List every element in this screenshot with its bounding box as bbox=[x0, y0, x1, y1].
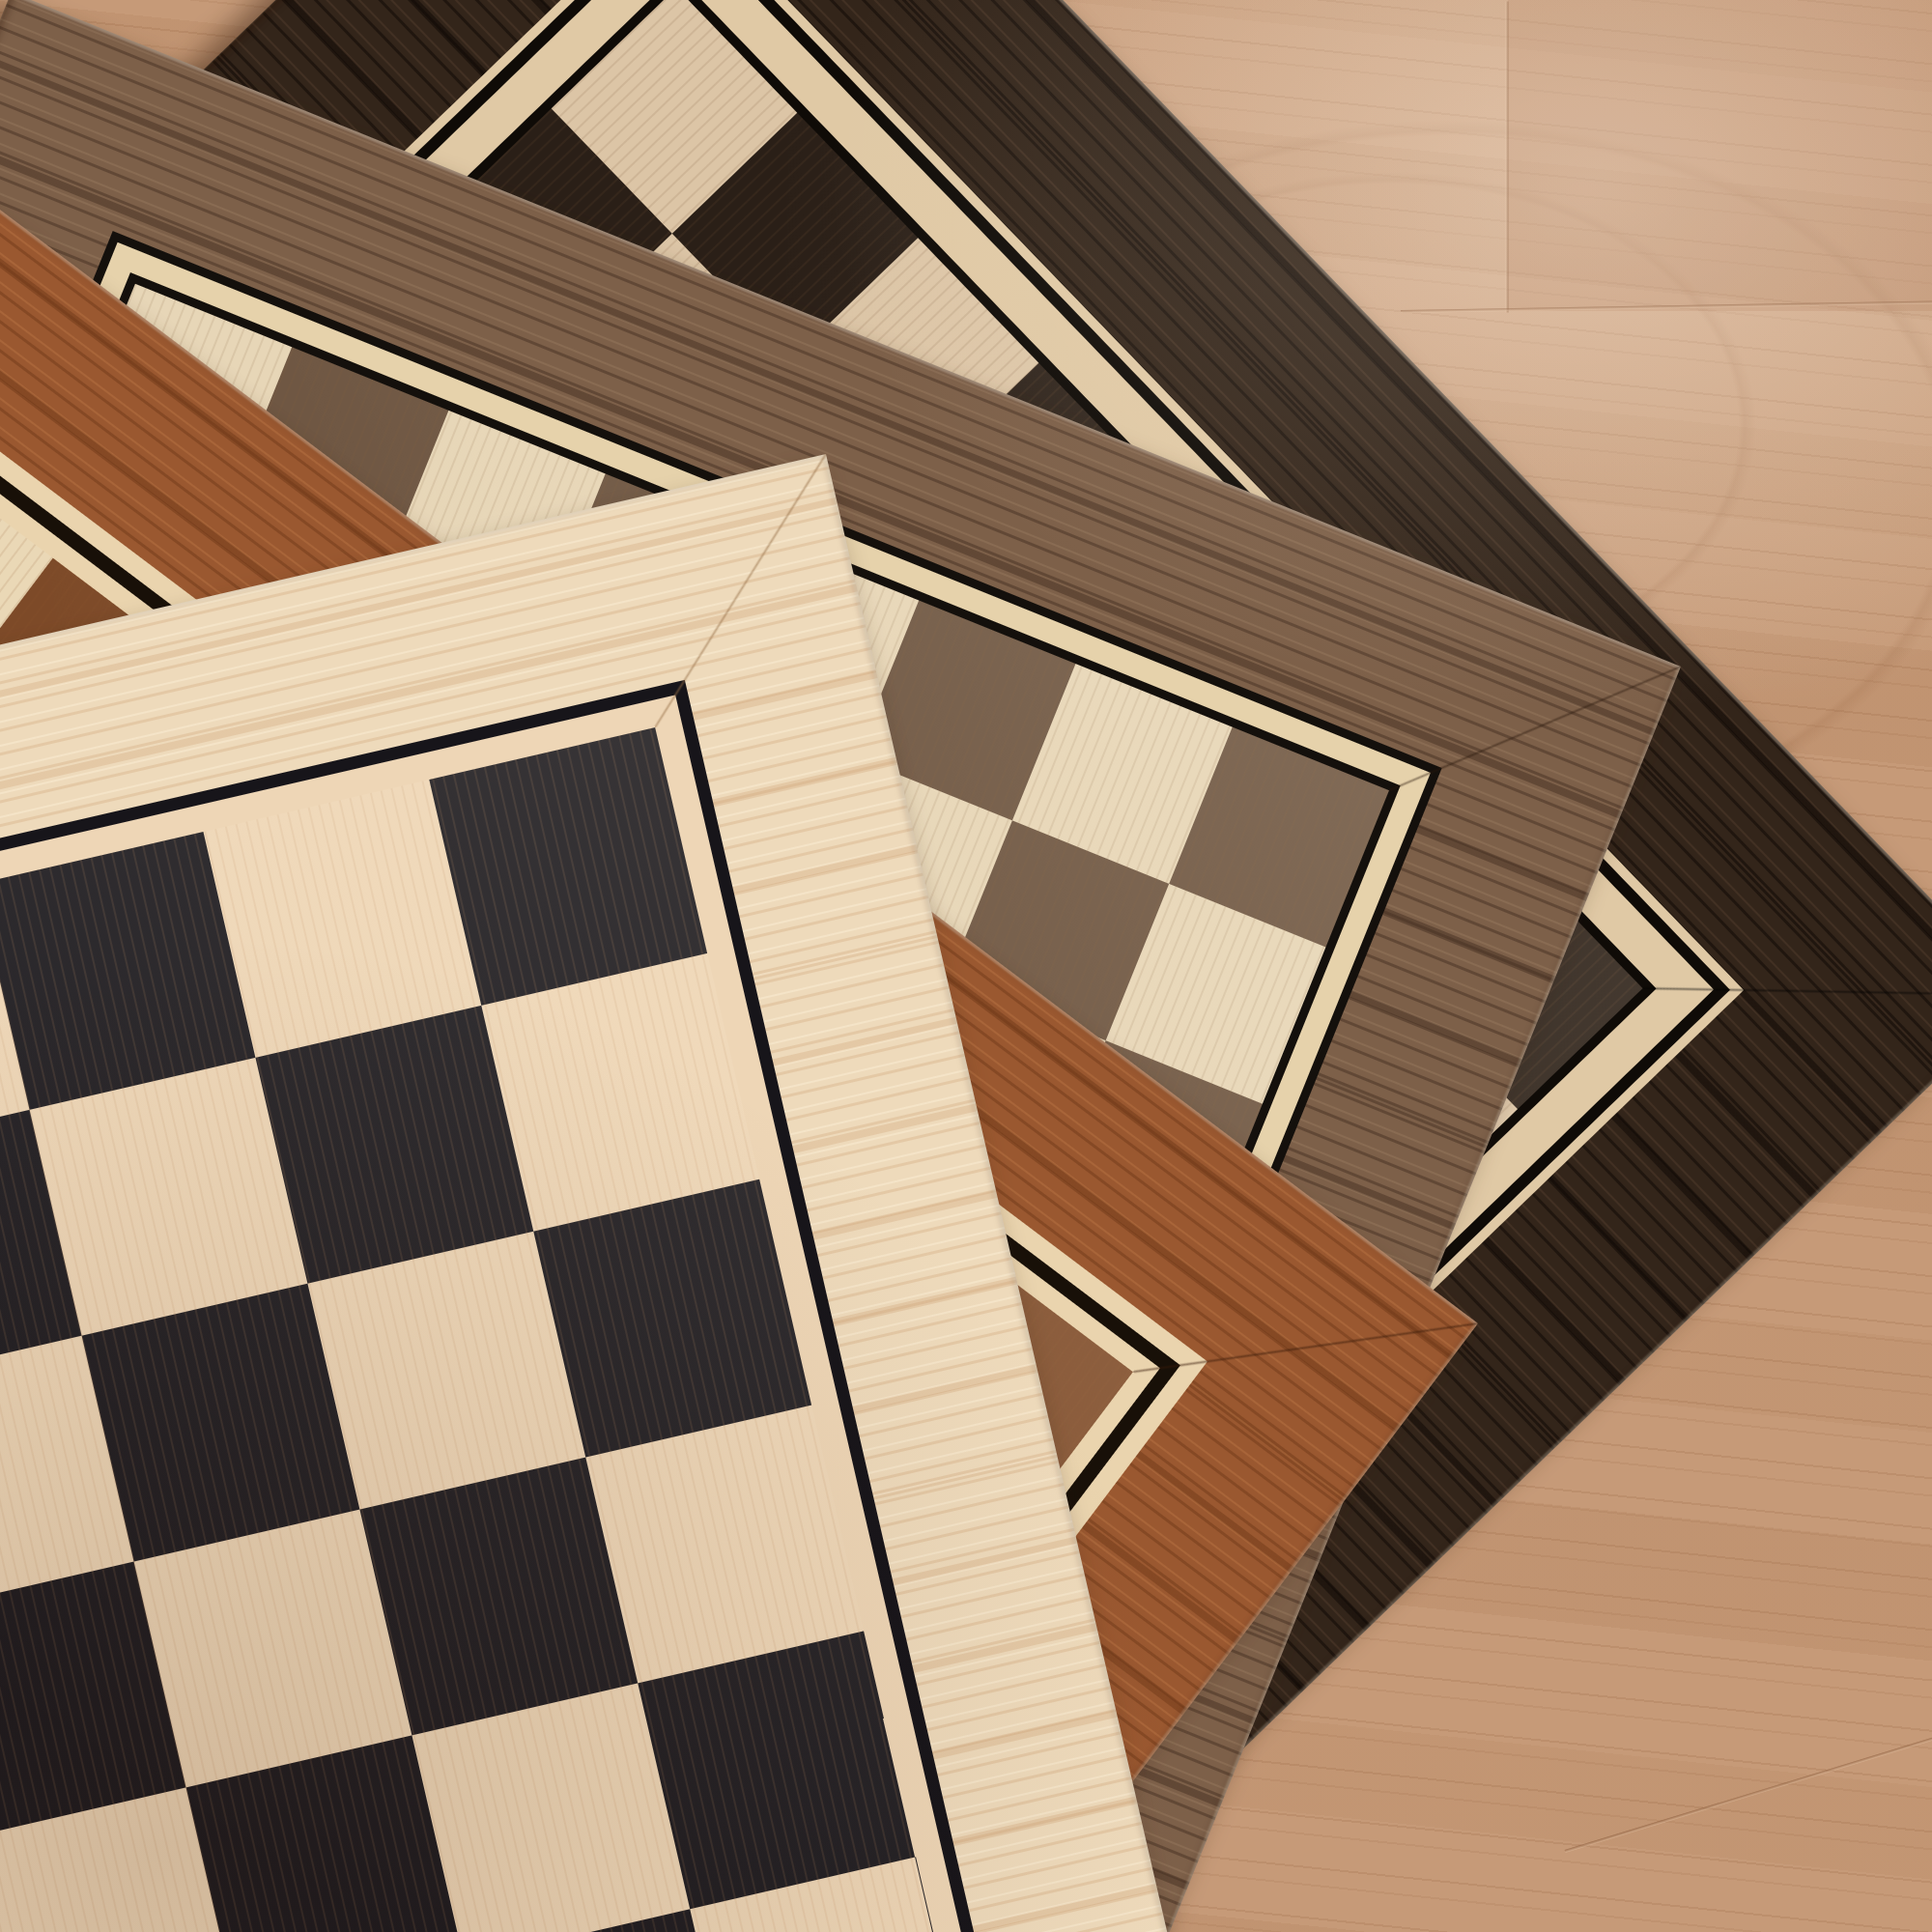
floor-plank-seam bbox=[1506, 2, 1509, 313]
floor-plank-shade bbox=[1508, 0, 1932, 311]
floor-plank-seam bbox=[1565, 1720, 1932, 1853]
scene bbox=[0, 0, 1932, 1932]
checkerboard-maple bbox=[0, 727, 1072, 1932]
